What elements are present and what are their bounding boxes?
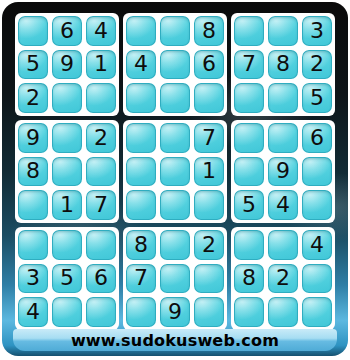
cell-r3c2[interactable] xyxy=(52,83,82,113)
box-r1c1: 645912 xyxy=(15,13,119,116)
box-r2c1: 92817 xyxy=(15,120,119,223)
cell-r3c7[interactable] xyxy=(234,83,264,113)
cell-r5c2[interactable] xyxy=(52,157,82,187)
cell-r1c6[interactable]: 8 xyxy=(194,16,224,46)
cell-r3c1[interactable]: 2 xyxy=(18,83,48,113)
cell-r8c7[interactable]: 8 xyxy=(234,264,264,294)
cell-r1c3[interactable]: 4 xyxy=(86,16,116,46)
cell-r4c2[interactable] xyxy=(52,123,82,153)
cell-r9c3[interactable] xyxy=(86,297,116,327)
cell-r2c1[interactable]: 5 xyxy=(18,50,48,80)
cell-r5c9[interactable] xyxy=(302,157,332,187)
cell-r2c7[interactable]: 7 xyxy=(234,50,264,80)
cell-r7c8[interactable] xyxy=(268,230,298,260)
cell-r1c5[interactable] xyxy=(160,16,190,46)
cell-r8c4[interactable]: 7 xyxy=(126,264,156,294)
cell-r2c5[interactable] xyxy=(160,50,190,80)
cell-r5c4[interactable] xyxy=(126,157,156,187)
cell-r3c5[interactable] xyxy=(160,83,190,113)
cell-r9c2[interactable] xyxy=(52,297,82,327)
cell-r5c8[interactable]: 9 xyxy=(268,157,298,187)
cell-r2c3[interactable]: 1 xyxy=(86,50,116,80)
cell-r1c1[interactable] xyxy=(18,16,48,46)
cell-r5c5[interactable] xyxy=(160,157,190,187)
cell-r3c9[interactable]: 5 xyxy=(302,83,332,113)
cell-r2c4[interactable]: 4 xyxy=(126,50,156,80)
box-r3c1: 3564 xyxy=(15,227,119,330)
cell-r8c8[interactable]: 2 xyxy=(268,264,298,294)
cell-r4c4[interactable] xyxy=(126,123,156,153)
cell-r6c8[interactable]: 4 xyxy=(268,190,298,220)
cell-r5c7[interactable] xyxy=(234,157,264,187)
page: 645912 846 37825 92817 71 6954 3564 8279… xyxy=(0,0,350,360)
cell-r4c5[interactable] xyxy=(160,123,190,153)
cell-r9c4[interactable] xyxy=(126,297,156,327)
cell-r2c6[interactable]: 6 xyxy=(194,50,224,80)
cell-r4c1[interactable]: 9 xyxy=(18,123,48,153)
box-r2c3: 6954 xyxy=(231,120,335,223)
cell-r1c2[interactable]: 6 xyxy=(52,16,82,46)
cell-r9c1[interactable]: 4 xyxy=(18,297,48,327)
cell-r1c8[interactable] xyxy=(268,16,298,46)
cell-r7c5[interactable] xyxy=(160,230,190,260)
cell-r3c6[interactable] xyxy=(194,83,224,113)
cell-r1c7[interactable] xyxy=(234,16,264,46)
cell-r4c6[interactable]: 7 xyxy=(194,123,224,153)
cell-r9c8[interactable] xyxy=(268,297,298,327)
cell-r5c1[interactable]: 8 xyxy=(18,157,48,187)
cell-r4c7[interactable] xyxy=(234,123,264,153)
cell-r7c3[interactable] xyxy=(86,230,116,260)
cell-r2c8[interactable]: 8 xyxy=(268,50,298,80)
cell-r2c9[interactable]: 2 xyxy=(302,50,332,80)
cell-r9c5[interactable]: 9 xyxy=(160,297,190,327)
cell-r1c4[interactable] xyxy=(126,16,156,46)
box-r3c2: 8279 xyxy=(123,227,227,330)
cell-r8c2[interactable]: 5 xyxy=(52,264,82,294)
cell-r6c2[interactable]: 1 xyxy=(52,190,82,220)
cell-r8c6[interactable] xyxy=(194,264,224,294)
cell-r7c2[interactable] xyxy=(52,230,82,260)
website-url: www.sudokusweb.com xyxy=(71,331,279,350)
cell-r8c9[interactable] xyxy=(302,264,332,294)
cell-r8c3[interactable]: 6 xyxy=(86,264,116,294)
cell-r2c2[interactable]: 9 xyxy=(52,50,82,80)
cell-r6c5[interactable] xyxy=(160,190,190,220)
cell-r4c8[interactable] xyxy=(268,123,298,153)
cell-r6c4[interactable] xyxy=(126,190,156,220)
cell-r7c6[interactable]: 2 xyxy=(194,230,224,260)
cell-r4c9[interactable]: 6 xyxy=(302,123,332,153)
box-r1c2: 846 xyxy=(123,13,227,116)
cell-r4c3[interactable]: 2 xyxy=(86,123,116,153)
box-r3c3: 482 xyxy=(231,227,335,330)
cell-r7c7[interactable] xyxy=(234,230,264,260)
cell-r8c5[interactable] xyxy=(160,264,190,294)
cell-r6c3[interactable]: 7 xyxy=(86,190,116,220)
cell-r7c1[interactable] xyxy=(18,230,48,260)
cell-r9c6[interactable] xyxy=(194,297,224,327)
cell-r6c7[interactable]: 5 xyxy=(234,190,264,220)
sudoku-grid: 645912 846 37825 92817 71 6954 3564 8279… xyxy=(15,13,335,330)
cell-r7c4[interactable]: 8 xyxy=(126,230,156,260)
cell-r7c9[interactable]: 4 xyxy=(302,230,332,260)
cell-r6c6[interactable] xyxy=(194,190,224,220)
cell-r5c6[interactable]: 1 xyxy=(194,157,224,187)
cell-r5c3[interactable] xyxy=(86,157,116,187)
cell-r8c1[interactable]: 3 xyxy=(18,264,48,294)
footer-bar: www.sudokusweb.com xyxy=(13,329,337,351)
box-r1c3: 37825 xyxy=(231,13,335,116)
cell-r9c9[interactable] xyxy=(302,297,332,327)
box-r2c2: 71 xyxy=(123,120,227,223)
cell-r3c4[interactable] xyxy=(126,83,156,113)
cell-r3c8[interactable] xyxy=(268,83,298,113)
cell-r3c3[interactable] xyxy=(86,83,116,113)
cell-r6c9[interactable] xyxy=(302,190,332,220)
cell-r6c1[interactable] xyxy=(18,190,48,220)
cell-r9c7[interactable] xyxy=(234,297,264,327)
sudoku-board: 645912 846 37825 92817 71 6954 3564 8279… xyxy=(2,2,348,356)
cell-r1c9[interactable]: 3 xyxy=(302,16,332,46)
